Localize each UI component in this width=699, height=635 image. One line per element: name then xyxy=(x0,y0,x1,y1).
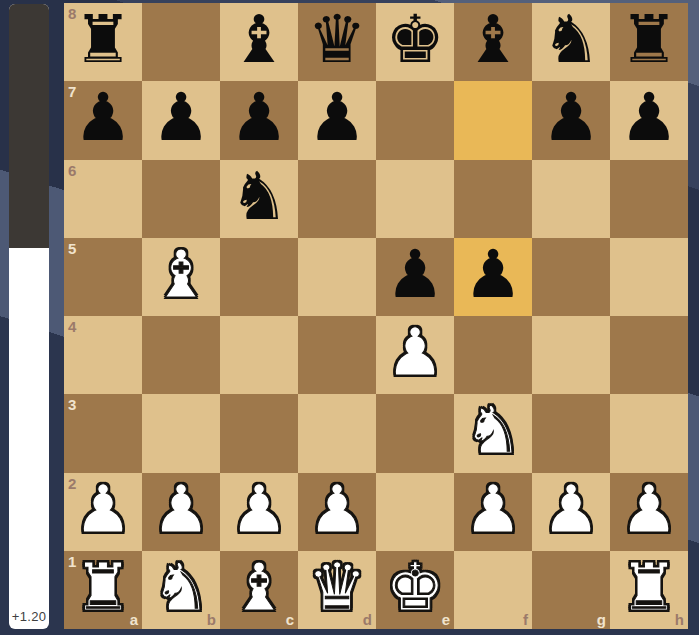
black-pawn-g7[interactable]: ♟ xyxy=(541,85,600,151)
square-a1[interactable]: 1a♜ xyxy=(64,551,142,629)
black-pawn-d7[interactable]: ♟ xyxy=(307,85,366,151)
square-g6[interactable] xyxy=(532,160,610,238)
white-pawn-e4[interactable]: ♟ xyxy=(385,320,444,386)
file-label-g: g xyxy=(597,612,606,627)
eval-score: +1.20 xyxy=(9,609,49,624)
square-f5[interactable]: ♟ xyxy=(454,238,532,316)
square-d5[interactable] xyxy=(298,238,376,316)
white-knight-f3[interactable]: ♞ xyxy=(463,398,522,464)
square-b8[interactable] xyxy=(142,3,220,81)
square-f1[interactable]: f xyxy=(454,551,532,629)
black-knight-g8[interactable]: ♞ xyxy=(541,7,600,73)
square-h6[interactable] xyxy=(610,160,688,238)
white-bishop-c1[interactable]: ♝ xyxy=(229,555,288,621)
square-f2[interactable]: ♟ xyxy=(454,473,532,551)
black-bishop-c8[interactable]: ♝ xyxy=(229,7,288,73)
square-e2[interactable] xyxy=(376,473,454,551)
square-a4[interactable]: 4 xyxy=(64,316,142,394)
chess-board[interactable]: 8♜♝♛♚♝♞♜7♟♟♟♟♟♟6♞5♝♟♟4♟3♞2♟♟♟♟♟♟♟1a♜b♞c♝… xyxy=(64,3,688,629)
white-queen-d1[interactable]: ♛ xyxy=(307,555,366,621)
square-f4[interactable] xyxy=(454,316,532,394)
black-queen-d8[interactable]: ♛ xyxy=(307,7,366,73)
square-a6[interactable]: 6 xyxy=(64,160,142,238)
rank-label-5: 5 xyxy=(68,241,76,256)
square-e3[interactable] xyxy=(376,394,454,472)
square-f6[interactable] xyxy=(454,160,532,238)
square-b7[interactable]: ♟ xyxy=(142,81,220,159)
white-bishop-b5[interactable]: ♝ xyxy=(151,242,210,308)
black-rook-h8[interactable]: ♜ xyxy=(619,7,678,73)
black-pawn-a7[interactable]: ♟ xyxy=(73,85,132,151)
square-d1[interactable]: d♛ xyxy=(298,551,376,629)
square-f7[interactable] xyxy=(454,81,532,159)
square-h8[interactable]: ♜ xyxy=(610,3,688,81)
square-c6[interactable]: ♞ xyxy=(220,160,298,238)
white-pawn-c2[interactable]: ♟ xyxy=(229,477,288,543)
square-d2[interactable]: ♟ xyxy=(298,473,376,551)
white-pawn-a2[interactable]: ♟ xyxy=(73,477,132,543)
white-pawn-d2[interactable]: ♟ xyxy=(307,477,366,543)
black-pawn-f5[interactable]: ♟ xyxy=(463,242,522,308)
square-a3[interactable]: 3 xyxy=(64,394,142,472)
white-king-e1[interactable]: ♚ xyxy=(385,555,444,621)
square-d4[interactable] xyxy=(298,316,376,394)
square-a8[interactable]: 8♜ xyxy=(64,3,142,81)
square-d6[interactable] xyxy=(298,160,376,238)
square-a5[interactable]: 5 xyxy=(64,238,142,316)
square-c8[interactable]: ♝ xyxy=(220,3,298,81)
square-c2[interactable]: ♟ xyxy=(220,473,298,551)
square-d7[interactable]: ♟ xyxy=(298,81,376,159)
white-rook-a1[interactable]: ♜ xyxy=(73,555,132,621)
square-e1[interactable]: e♚ xyxy=(376,551,454,629)
square-h5[interactable] xyxy=(610,238,688,316)
square-e6[interactable] xyxy=(376,160,454,238)
black-pawn-b7[interactable]: ♟ xyxy=(151,85,210,151)
square-h1[interactable]: h♜ xyxy=(610,551,688,629)
square-f8[interactable]: ♝ xyxy=(454,3,532,81)
white-pawn-h2[interactable]: ♟ xyxy=(619,477,678,543)
square-d3[interactable] xyxy=(298,394,376,472)
square-e7[interactable] xyxy=(376,81,454,159)
square-e4[interactable]: ♟ xyxy=(376,316,454,394)
square-c7[interactable]: ♟ xyxy=(220,81,298,159)
square-g7[interactable]: ♟ xyxy=(532,81,610,159)
square-a7[interactable]: 7♟ xyxy=(64,81,142,159)
file-label-f: f xyxy=(523,612,528,627)
square-e8[interactable]: ♚ xyxy=(376,3,454,81)
square-b1[interactable]: b♞ xyxy=(142,551,220,629)
white-pawn-f2[interactable]: ♟ xyxy=(463,477,522,543)
rank-label-3: 3 xyxy=(68,397,76,412)
black-rook-a8[interactable]: ♜ xyxy=(73,7,132,73)
square-g2[interactable]: ♟ xyxy=(532,473,610,551)
square-g3[interactable] xyxy=(532,394,610,472)
rank-label-6: 6 xyxy=(68,163,76,178)
square-g8[interactable]: ♞ xyxy=(532,3,610,81)
square-g1[interactable]: g xyxy=(532,551,610,629)
square-c1[interactable]: c♝ xyxy=(220,551,298,629)
square-f3[interactable]: ♞ xyxy=(454,394,532,472)
square-c3[interactable] xyxy=(220,394,298,472)
square-b6[interactable] xyxy=(142,160,220,238)
square-h3[interactable] xyxy=(610,394,688,472)
black-pawn-h7[interactable]: ♟ xyxy=(619,85,678,151)
black-pawn-e5[interactable]: ♟ xyxy=(385,242,444,308)
black-bishop-f8[interactable]: ♝ xyxy=(463,7,522,73)
square-e5[interactable]: ♟ xyxy=(376,238,454,316)
square-b2[interactable]: ♟ xyxy=(142,473,220,551)
square-b3[interactable] xyxy=(142,394,220,472)
square-b4[interactable] xyxy=(142,316,220,394)
white-knight-b1[interactable]: ♞ xyxy=(151,555,210,621)
square-g5[interactable] xyxy=(532,238,610,316)
square-h4[interactable] xyxy=(610,316,688,394)
square-a2[interactable]: 2♟ xyxy=(64,473,142,551)
black-king-e8[interactable]: ♚ xyxy=(385,7,444,73)
square-d8[interactable]: ♛ xyxy=(298,3,376,81)
square-h2[interactable]: ♟ xyxy=(610,473,688,551)
square-b5[interactable]: ♝ xyxy=(142,238,220,316)
square-h7[interactable]: ♟ xyxy=(610,81,688,159)
square-g4[interactable] xyxy=(532,316,610,394)
rank-label-4: 4 xyxy=(68,319,76,334)
eval-bar: +1.20 xyxy=(9,4,49,629)
black-knight-c6[interactable]: ♞ xyxy=(229,164,288,230)
square-c5[interactable] xyxy=(220,238,298,316)
black-pawn-c7[interactable]: ♟ xyxy=(229,85,288,151)
white-pawn-b2[interactable]: ♟ xyxy=(151,477,210,543)
white-rook-h1[interactable]: ♜ xyxy=(619,555,678,621)
white-pawn-g2[interactable]: ♟ xyxy=(541,477,600,543)
eval-bar-black-portion xyxy=(9,4,49,248)
square-c4[interactable] xyxy=(220,316,298,394)
